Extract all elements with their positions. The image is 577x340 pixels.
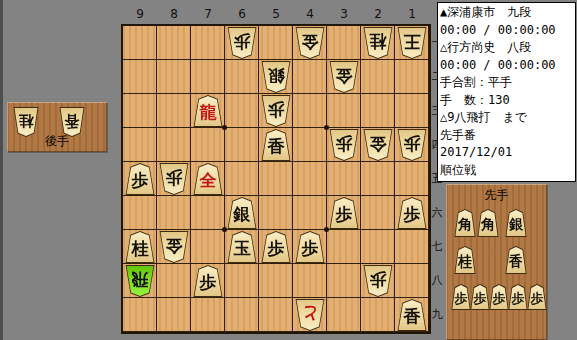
- shogi-board[interactable]: 歩金桂王銀金龍歩香歩金歩歩歩全銀歩歩桂金玉歩歩飛歩歩と香: [121, 24, 431, 334]
- piece-body: 飛: [126, 266, 154, 296]
- piece-body: 歩: [398, 198, 426, 228]
- hoshi-dot: [222, 125, 227, 130]
- piece-body: 歩: [262, 232, 290, 262]
- sente-hand-piece-5[interactable]: 歩: [451, 284, 471, 310]
- piece-body: 角: [478, 210, 498, 236]
- piece-kanji: 金: [302, 30, 319, 53]
- piece-f5r2[interactable]: 銀: [261, 61, 291, 93]
- rank-label: 七: [431, 230, 443, 264]
- info-line-0: ▲深浦康市 九段: [440, 4, 573, 22]
- piece-f1r6[interactable]: 歩: [397, 197, 427, 229]
- piece-body: 王: [398, 28, 426, 58]
- file-label: 4: [293, 7, 327, 22]
- piece-f4r7[interactable]: 歩: [295, 231, 325, 263]
- piece-f7r3[interactable]: 龍: [193, 95, 223, 127]
- sente-hand-tray: 先手 角角銀桂香歩歩歩歩歩: [446, 184, 547, 340]
- piece-kanji: 王: [404, 30, 421, 53]
- piece-body: 銀: [228, 198, 256, 228]
- piece-body: 全: [194, 164, 222, 194]
- sente-hand-piece-8[interactable]: 歩: [508, 284, 528, 310]
- piece-kanji: 歩: [512, 290, 525, 308]
- piece-f2r1[interactable]: 桂: [363, 27, 393, 59]
- piece-body: 金: [160, 232, 188, 262]
- piece-body: 歩: [194, 266, 222, 296]
- piece-f7r8[interactable]: 歩: [193, 265, 223, 297]
- piece-body: 角: [455, 210, 475, 236]
- piece-f4r1[interactable]: 金: [295, 27, 325, 59]
- file-label: 9: [123, 7, 157, 22]
- sente-hand-piece-0[interactable]: 角: [454, 209, 476, 237]
- piece-body: 歩: [126, 164, 154, 194]
- piece-body: 龍: [194, 96, 222, 126]
- piece-kanji: 香: [404, 305, 421, 328]
- piece-kanji: 歩: [455, 290, 468, 308]
- piece-kanji: 歩: [268, 237, 285, 260]
- file-label: 2: [361, 7, 395, 22]
- piece-kanji: 歩: [474, 290, 487, 308]
- piece-body: 歩: [228, 28, 256, 58]
- sente-hand-piece-6[interactable]: 歩: [470, 284, 490, 310]
- piece-f8r5[interactable]: 歩: [159, 163, 189, 195]
- piece-kanji: 龍: [200, 101, 217, 124]
- piece-body: 香: [506, 247, 526, 273]
- piece-body: 香: [398, 300, 426, 330]
- file-label: 3: [327, 7, 361, 22]
- piece-f1r9[interactable]: 香: [397, 299, 427, 331]
- info-line-2: △行方尚史 八段: [440, 39, 573, 57]
- file-label: 8: [157, 7, 191, 22]
- file-label: 1: [395, 7, 429, 22]
- piece-body: 桂: [126, 232, 154, 262]
- sente-hand-piece-7[interactable]: 歩: [489, 284, 509, 310]
- shogi-app-window: 987654321 一二三四五六七八九 歩金桂王銀金龍歩香歩金歩歩歩全銀歩歩桂金…: [0, 0, 577, 340]
- piece-f9r7[interactable]: 桂: [125, 231, 155, 263]
- piece-body: 桂: [364, 28, 392, 58]
- piece-body: と: [296, 300, 324, 330]
- piece-f3r2[interactable]: 金: [329, 61, 359, 93]
- piece-f5r4[interactable]: 香: [261, 129, 291, 161]
- piece-body: 歩: [452, 285, 470, 309]
- piece-body: 歩: [160, 164, 188, 194]
- sente-hand-piece-4[interactable]: 香: [505, 246, 527, 274]
- info-line-7: 先手番: [440, 127, 573, 145]
- piece-body: 歩: [528, 285, 546, 309]
- piece-kanji: 角: [481, 216, 495, 234]
- piece-kanji: 桂: [458, 253, 472, 271]
- gote-hand-tray: 後手 桂香: [7, 102, 107, 152]
- piece-kanji: 香: [509, 253, 523, 271]
- piece-kanji: 歩: [302, 237, 319, 260]
- piece-kanji: 銀: [509, 216, 523, 234]
- piece-kanji: 歩: [531, 290, 544, 308]
- hoshi-dot: [324, 227, 329, 232]
- piece-kanji: 玉: [234, 237, 251, 260]
- rank-label: 九: [431, 298, 443, 332]
- rank-label: 八: [431, 264, 443, 298]
- piece-body: 香: [262, 130, 290, 160]
- piece-f9r5[interactable]: 歩: [125, 163, 155, 195]
- piece-body: 銀: [262, 62, 290, 92]
- piece-body: 歩: [330, 198, 358, 228]
- file-label: 5: [259, 7, 293, 22]
- piece-kanji: 飛: [132, 268, 149, 291]
- piece-body: 金: [364, 130, 392, 160]
- piece-f3r6[interactable]: 歩: [329, 197, 359, 229]
- piece-kanji: 歩: [132, 169, 149, 192]
- piece-f5r7[interactable]: 歩: [261, 231, 291, 263]
- info-line-3: 00:00 / 00:00:00: [440, 57, 573, 75]
- piece-body: 桂: [455, 247, 475, 273]
- piece-f5r3[interactable]: 歩: [261, 95, 291, 127]
- piece-kanji: 歩: [268, 98, 285, 121]
- piece-f7r5[interactable]: 全: [193, 163, 223, 195]
- info-line-5: 手 数：130: [440, 92, 573, 110]
- piece-body: 玉: [228, 232, 256, 262]
- piece-kanji: 桂: [132, 237, 149, 260]
- piece-body: 歩: [364, 266, 392, 296]
- info-line-9: 順位戦: [440, 162, 573, 180]
- piece-kanji: 桂: [370, 30, 387, 53]
- hoshi-dot: [324, 125, 329, 130]
- piece-kanji: 香: [268, 135, 285, 158]
- game-info-panel: ▲深浦康市 九段00:00 / 00:00:00△行方尚史 八段00:00 / …: [437, 2, 576, 182]
- piece-kanji: 角: [458, 216, 472, 234]
- piece-body: 歩: [471, 285, 489, 309]
- piece-kanji: 銀: [268, 64, 285, 87]
- piece-f4r9[interactable]: と: [295, 299, 325, 331]
- piece-kanji: 全: [200, 169, 217, 192]
- piece-body: 歩: [330, 130, 358, 160]
- piece-kanji: 歩: [200, 271, 217, 294]
- piece-kanji: 歩: [166, 166, 183, 189]
- piece-kanji: 銀: [234, 203, 251, 226]
- sente-hand-piece-9[interactable]: 歩: [527, 284, 547, 310]
- piece-body: 金: [296, 28, 324, 58]
- gote-label: 後手: [7, 133, 107, 150]
- piece-body: 桂: [14, 108, 38, 136]
- hoshi-dot: [222, 227, 227, 232]
- file-labels: 987654321: [123, 7, 429, 22]
- piece-kanji: 歩: [404, 203, 421, 226]
- piece-f6r7[interactable]: 玉: [227, 231, 257, 263]
- piece-kanji: 歩: [234, 30, 251, 53]
- sente-hand-piece-2[interactable]: 銀: [505, 209, 527, 237]
- piece-kanji: 歩: [336, 203, 353, 226]
- piece-f2r8[interactable]: 歩: [363, 265, 393, 297]
- piece-f2r4[interactable]: 金: [363, 129, 393, 161]
- piece-kanji: 香: [65, 111, 80, 130]
- piece-kanji: と: [301, 302, 318, 325]
- sente-hand-piece-1[interactable]: 角: [477, 209, 499, 237]
- info-line-1: 00:00 / 00:00:00: [440, 22, 573, 40]
- piece-kanji: 金: [370, 132, 387, 155]
- sente-label: 先手: [446, 187, 547, 204]
- piece-body: 歩: [490, 285, 508, 309]
- piece-f9r8-last-move[interactable]: 飛: [125, 265, 155, 297]
- piece-kanji: 金: [336, 64, 353, 87]
- piece-f3r4[interactable]: 歩: [329, 129, 359, 161]
- piece-kanji: 歩: [404, 132, 421, 155]
- piece-f6r1[interactable]: 歩: [227, 27, 257, 59]
- piece-kanji: 桂: [19, 111, 34, 130]
- info-line-6: △9八飛打 まで: [440, 109, 573, 127]
- piece-body: 歩: [296, 232, 324, 262]
- window-left-edge: [0, 0, 3, 340]
- sente-hand-piece-3[interactable]: 桂: [454, 246, 476, 274]
- rank-label: 六: [431, 196, 443, 230]
- info-line-4: 手合割：平手: [440, 74, 573, 92]
- piece-body: 歩: [509, 285, 527, 309]
- piece-f8r7[interactable]: 金: [159, 231, 189, 263]
- info-line-8: 2017/12/01: [440, 144, 573, 162]
- piece-body: 金: [330, 62, 358, 92]
- piece-kanji: 歩: [493, 290, 506, 308]
- piece-f1r1[interactable]: 王: [397, 27, 427, 59]
- piece-f1r4[interactable]: 歩: [397, 129, 427, 161]
- piece-body: 歩: [398, 130, 426, 160]
- file-label: 7: [191, 7, 225, 22]
- piece-body: 歩: [262, 96, 290, 126]
- piece-kanji: 金: [166, 234, 183, 257]
- piece-f6r6[interactable]: 銀: [227, 197, 257, 229]
- piece-kanji: 歩: [370, 268, 387, 291]
- piece-body: 香: [60, 108, 84, 136]
- file-label: 6: [225, 7, 259, 22]
- piece-kanji: 歩: [336, 132, 353, 155]
- piece-body: 銀: [506, 210, 526, 236]
